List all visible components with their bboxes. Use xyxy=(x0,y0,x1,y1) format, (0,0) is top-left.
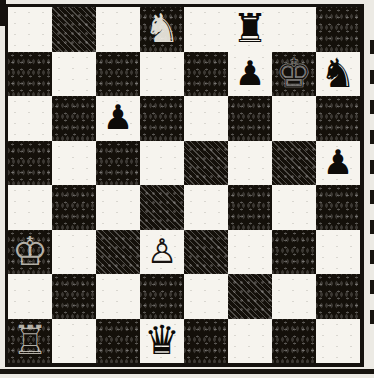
square-h5[interactable]: ♟ xyxy=(316,141,360,186)
white-rook-piece: ♖ xyxy=(12,320,48,360)
square-a7[interactable] xyxy=(8,52,52,97)
black-pawn-piece: ♟ xyxy=(323,145,353,179)
square-g6[interactable] xyxy=(272,96,316,141)
square-h3[interactable] xyxy=(316,230,360,275)
square-c3[interactable] xyxy=(96,230,140,275)
black-rook-piece: ♜ xyxy=(232,8,268,48)
square-d8[interactable]: ♞ xyxy=(140,7,184,52)
white-pawn-piece: ♙ xyxy=(147,234,177,268)
square-b1[interactable] xyxy=(52,319,96,364)
square-d4[interactable] xyxy=(140,185,184,230)
square-f3[interactable] xyxy=(228,230,272,275)
square-f1[interactable] xyxy=(228,319,272,364)
square-b5[interactable] xyxy=(52,141,96,186)
square-c2[interactable] xyxy=(96,274,140,319)
square-f5[interactable] xyxy=(228,141,272,186)
square-a8[interactable] xyxy=(8,7,52,52)
black-king-piece: ♚ xyxy=(276,53,312,93)
square-c1[interactable] xyxy=(96,319,140,364)
square-c4[interactable] xyxy=(96,185,140,230)
square-b3[interactable] xyxy=(52,230,96,275)
square-e2[interactable] xyxy=(184,274,228,319)
square-e8[interactable] xyxy=(184,7,228,52)
square-d7[interactable] xyxy=(140,52,184,97)
square-g7[interactable]: ♚ xyxy=(272,52,316,97)
square-b8[interactable] xyxy=(52,7,96,52)
square-c5[interactable] xyxy=(96,141,140,186)
page-bottom-rule xyxy=(0,369,374,374)
square-f7[interactable]: ♟ xyxy=(228,52,272,97)
square-d5[interactable] xyxy=(140,141,184,186)
square-c7[interactable] xyxy=(96,52,140,97)
white-king-piece: ♔ xyxy=(12,231,48,271)
square-b7[interactable] xyxy=(52,52,96,97)
square-g3[interactable] xyxy=(272,230,316,275)
black-pawn-piece: ♟ xyxy=(235,56,265,90)
square-g5[interactable] xyxy=(272,141,316,186)
square-e5[interactable] xyxy=(184,141,228,186)
square-a4[interactable] xyxy=(8,185,52,230)
black-queen-piece: ♛ xyxy=(144,320,180,360)
square-h7[interactable]: ♞ xyxy=(316,52,360,97)
square-g1[interactable] xyxy=(272,319,316,364)
square-a3[interactable]: ♔ xyxy=(8,230,52,275)
square-b2[interactable] xyxy=(52,274,96,319)
square-c6[interactable]: ♟ xyxy=(96,96,140,141)
square-b4[interactable] xyxy=(52,185,96,230)
black-knight-piece: ♞ xyxy=(320,53,356,93)
square-e7[interactable] xyxy=(184,52,228,97)
chess-board: ♞♜♟♚♞♟♟♔♙♖♛ xyxy=(5,4,364,367)
newspaper-scan-page: ♞♜♟♚♞♟♟♔♙♖♛ xyxy=(0,0,374,378)
square-h1[interactable] xyxy=(316,319,360,364)
black-pawn-piece: ♟ xyxy=(103,100,133,134)
square-f4[interactable] xyxy=(228,185,272,230)
square-e3[interactable] xyxy=(184,230,228,275)
square-g4[interactable] xyxy=(272,185,316,230)
square-h8[interactable] xyxy=(316,7,360,52)
square-a2[interactable] xyxy=(8,274,52,319)
square-a5[interactable] xyxy=(8,141,52,186)
square-e4[interactable] xyxy=(184,185,228,230)
square-f8[interactable]: ♜ xyxy=(228,7,272,52)
scan-edge-smudge xyxy=(370,40,374,340)
square-h6[interactable] xyxy=(316,96,360,141)
square-d3[interactable]: ♙ xyxy=(140,230,184,275)
square-e6[interactable] xyxy=(184,96,228,141)
square-f6[interactable] xyxy=(228,96,272,141)
square-a1[interactable]: ♖ xyxy=(8,319,52,364)
square-e1[interactable] xyxy=(184,319,228,364)
white-knight-piece: ♞ xyxy=(144,8,180,48)
square-h2[interactable] xyxy=(316,274,360,319)
square-h4[interactable] xyxy=(316,185,360,230)
scan-corner-mark xyxy=(0,0,6,26)
square-c8[interactable] xyxy=(96,7,140,52)
square-f2[interactable] xyxy=(228,274,272,319)
square-b6[interactable] xyxy=(52,96,96,141)
square-d2[interactable] xyxy=(140,274,184,319)
square-d1[interactable]: ♛ xyxy=(140,319,184,364)
square-a6[interactable] xyxy=(8,96,52,141)
square-d6[interactable] xyxy=(140,96,184,141)
square-g8[interactable] xyxy=(272,7,316,52)
square-g2[interactable] xyxy=(272,274,316,319)
